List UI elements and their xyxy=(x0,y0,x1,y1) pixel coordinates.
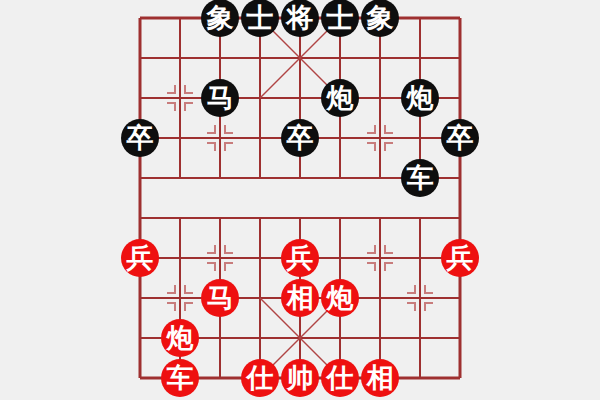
app-background: 象士将士象马炮炮卒卒卒车兵兵兵马相炮炮车仕帅仕相 xyxy=(0,0,600,400)
piece-black-马[interactable]: 马 xyxy=(201,79,239,117)
piece-red-相[interactable]: 相 xyxy=(361,359,399,397)
piece-red-马[interactable]: 马 xyxy=(201,279,239,317)
piece-black-卒[interactable]: 卒 xyxy=(441,119,479,157)
piece-red-帅[interactable]: 帅 xyxy=(281,359,319,397)
piece-red-兵[interactable]: 兵 xyxy=(441,239,479,277)
piece-red-炮[interactable]: 炮 xyxy=(161,319,199,357)
piece-black-象[interactable]: 象 xyxy=(201,0,239,37)
piece-black-士[interactable]: 士 xyxy=(321,0,359,37)
piece-black-象[interactable]: 象 xyxy=(361,0,399,37)
piece-red-仕[interactable]: 仕 xyxy=(241,359,279,397)
piece-black-将[interactable]: 将 xyxy=(281,0,319,37)
piece-black-炮[interactable]: 炮 xyxy=(321,79,359,117)
piece-red-相[interactable]: 相 xyxy=(281,279,319,317)
piece-red-兵[interactable]: 兵 xyxy=(121,239,159,277)
piece-black-卒[interactable]: 卒 xyxy=(281,119,319,157)
xiangqi-board[interactable]: 象士将士象马炮炮卒卒卒车兵兵兵马相炮炮车仕帅仕相 xyxy=(140,18,460,378)
piece-black-卒[interactable]: 卒 xyxy=(121,119,159,157)
piece-black-士[interactable]: 士 xyxy=(241,0,279,37)
piece-black-炮[interactable]: 炮 xyxy=(401,79,439,117)
piece-black-车[interactable]: 车 xyxy=(401,159,439,197)
piece-red-兵[interactable]: 兵 xyxy=(281,239,319,277)
piece-red-炮[interactable]: 炮 xyxy=(321,279,359,317)
piece-red-车[interactable]: 车 xyxy=(161,359,199,397)
piece-red-仕[interactable]: 仕 xyxy=(321,359,359,397)
